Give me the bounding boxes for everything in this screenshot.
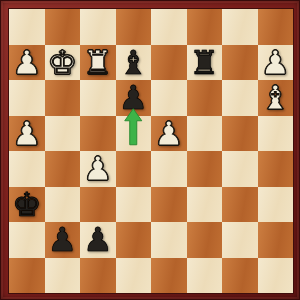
square-h2[interactable] (258, 222, 294, 258)
square-h8[interactable] (258, 9, 294, 45)
square-c6[interactable] (80, 80, 116, 116)
square-b4[interactable] (45, 151, 81, 187)
square-a8[interactable] (9, 9, 45, 45)
square-h4[interactable] (258, 151, 294, 187)
square-h1[interactable] (258, 258, 294, 294)
square-h7[interactable]: ♟ (258, 45, 294, 81)
piece-black-pawn[interactable]: ♟ (116, 80, 152, 116)
square-d4[interactable] (116, 151, 152, 187)
square-h6[interactable]: ♝ (258, 80, 294, 116)
square-e1[interactable] (151, 258, 187, 294)
square-e3[interactable] (151, 187, 187, 223)
square-f7[interactable]: ♜ (187, 45, 223, 81)
piece-white-pawn[interactable]: ♟ (9, 45, 45, 81)
square-c7[interactable]: ♜ (80, 45, 116, 81)
square-d7[interactable]: ♝ (116, 45, 152, 81)
square-f5[interactable] (187, 116, 223, 152)
square-a6[interactable] (9, 80, 45, 116)
square-g1[interactable] (222, 258, 258, 294)
square-g2[interactable] (222, 222, 258, 258)
piece-white-bishop[interactable]: ♝ (258, 80, 294, 116)
square-e6[interactable] (151, 80, 187, 116)
square-g8[interactable] (222, 9, 258, 45)
square-b8[interactable] (45, 9, 81, 45)
piece-black-bishop[interactable]: ♝ (116, 45, 152, 81)
square-c1[interactable] (80, 258, 116, 294)
square-a4[interactable] (9, 151, 45, 187)
square-g7[interactable] (222, 45, 258, 81)
square-d3[interactable] (116, 187, 152, 223)
square-c2[interactable]: ♟ (80, 222, 116, 258)
square-e4[interactable] (151, 151, 187, 187)
square-g6[interactable] (222, 80, 258, 116)
chess-board-frame: ♟♚♜♝♜♟♟♝♟♟♟♚♟♟ (0, 0, 300, 300)
square-h5[interactable] (258, 116, 294, 152)
square-c5[interactable] (80, 116, 116, 152)
square-b6[interactable] (45, 80, 81, 116)
piece-white-pawn[interactable]: ♟ (258, 45, 294, 81)
piece-white-rook[interactable]: ♜ (80, 45, 116, 81)
square-f1[interactable] (187, 258, 223, 294)
square-e5[interactable]: ♟ (151, 116, 187, 152)
square-f2[interactable] (187, 222, 223, 258)
square-c8[interactable] (80, 9, 116, 45)
square-d2[interactable] (116, 222, 152, 258)
square-a2[interactable] (9, 222, 45, 258)
square-b7[interactable]: ♚ (45, 45, 81, 81)
square-b2[interactable]: ♟ (45, 222, 81, 258)
square-e7[interactable] (151, 45, 187, 81)
square-d8[interactable] (116, 9, 152, 45)
square-g3[interactable] (222, 187, 258, 223)
piece-black-pawn[interactable]: ♟ (80, 222, 116, 258)
square-g5[interactable] (222, 116, 258, 152)
square-c4[interactable]: ♟ (80, 151, 116, 187)
piece-black-pawn[interactable]: ♟ (45, 222, 81, 258)
square-a3[interactable]: ♚ (9, 187, 45, 223)
square-a5[interactable]: ♟ (9, 116, 45, 152)
square-a1[interactable] (9, 258, 45, 294)
square-c3[interactable] (80, 187, 116, 223)
piece-black-rook[interactable]: ♜ (187, 45, 223, 81)
square-b3[interactable] (45, 187, 81, 223)
square-f8[interactable] (187, 9, 223, 45)
square-e8[interactable] (151, 9, 187, 45)
square-d1[interactable] (116, 258, 152, 294)
square-b5[interactable] (45, 116, 81, 152)
chess-board: ♟♚♜♝♜♟♟♝♟♟♟♚♟♟ (9, 9, 293, 293)
square-d6[interactable]: ♟ (116, 80, 152, 116)
square-f3[interactable] (187, 187, 223, 223)
square-g4[interactable] (222, 151, 258, 187)
square-f6[interactable] (187, 80, 223, 116)
piece-white-pawn[interactable]: ♟ (80, 151, 116, 187)
piece-white-king[interactable]: ♚ (45, 45, 81, 81)
square-a7[interactable]: ♟ (9, 45, 45, 81)
piece-white-pawn[interactable]: ♟ (151, 116, 187, 152)
square-f4[interactable] (187, 151, 223, 187)
square-h3[interactable] (258, 187, 294, 223)
piece-white-pawn[interactable]: ♟ (9, 116, 45, 152)
square-d5[interactable] (116, 116, 152, 152)
piece-black-king[interactable]: ♚ (9, 187, 45, 223)
square-e2[interactable] (151, 222, 187, 258)
square-b1[interactable] (45, 258, 81, 294)
